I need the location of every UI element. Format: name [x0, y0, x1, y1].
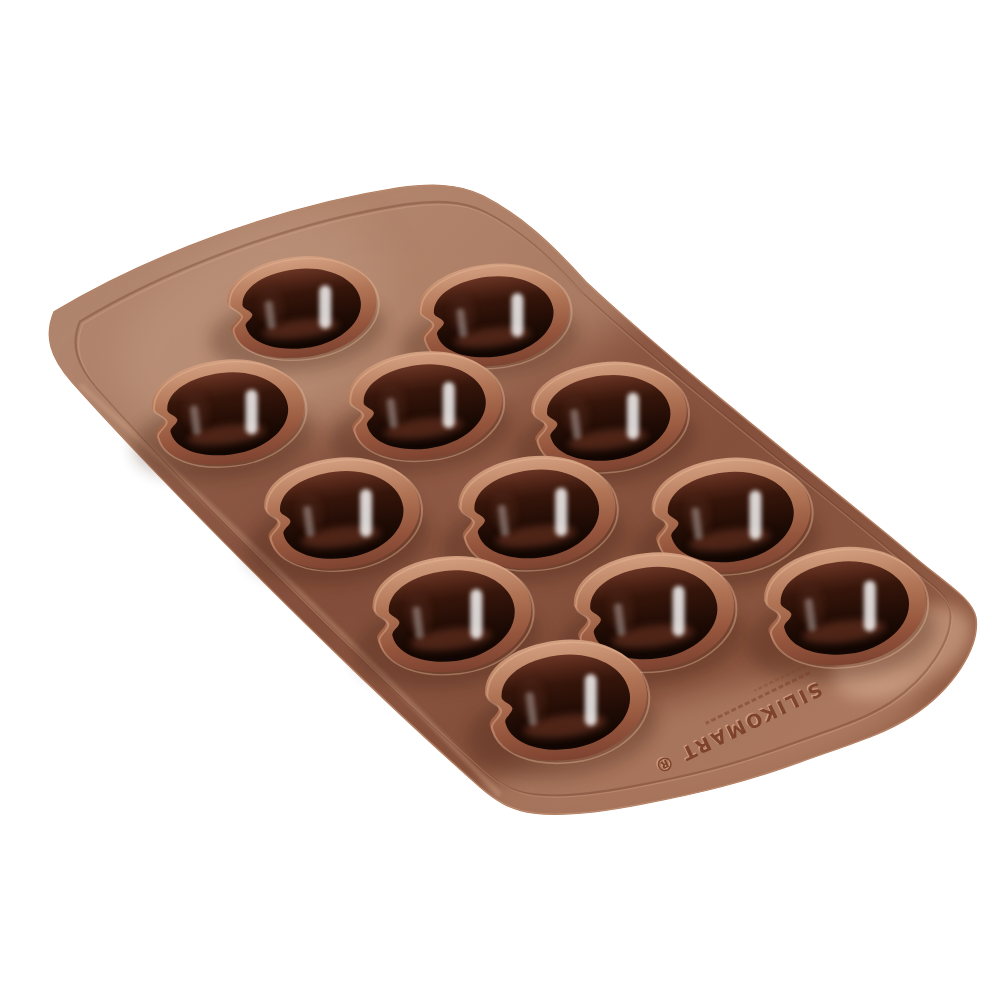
- photo-canvas: SILIKOMART ® SILIKOMART ®: [0, 0, 1000, 1000]
- cavity-highlight-main: [673, 586, 685, 636]
- cavity-highlight-main: [555, 488, 567, 536]
- cavity-highlight-main: [749, 490, 761, 539]
- cavity-highlight-main: [585, 674, 597, 726]
- cavity-highlight-main: [360, 489, 372, 537]
- cavity-highlight-main: [627, 393, 639, 440]
- cavity-highlight-main: [864, 581, 876, 632]
- cavity-highlight-main: [511, 293, 523, 337]
- cavity-highlight-main: [319, 285, 331, 329]
- cavity-highlight-main: [443, 382, 455, 428]
- chocolate-mould-photo: SILIKOMART ® SILIKOMART ®: [0, 0, 1000, 1000]
- cavity-highlight-main: [246, 389, 258, 434]
- cavity-highlight-main: [470, 589, 482, 639]
